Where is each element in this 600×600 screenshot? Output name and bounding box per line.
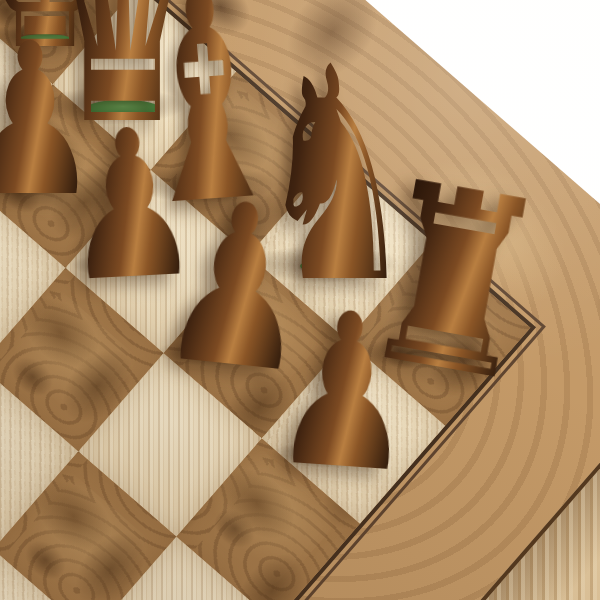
chessboard-photo-scene: ♚♛♟♝♞♟♟♜♟ [0, 0, 600, 600]
pawn-a7[interactable]: ♟ [267, 281, 425, 503]
